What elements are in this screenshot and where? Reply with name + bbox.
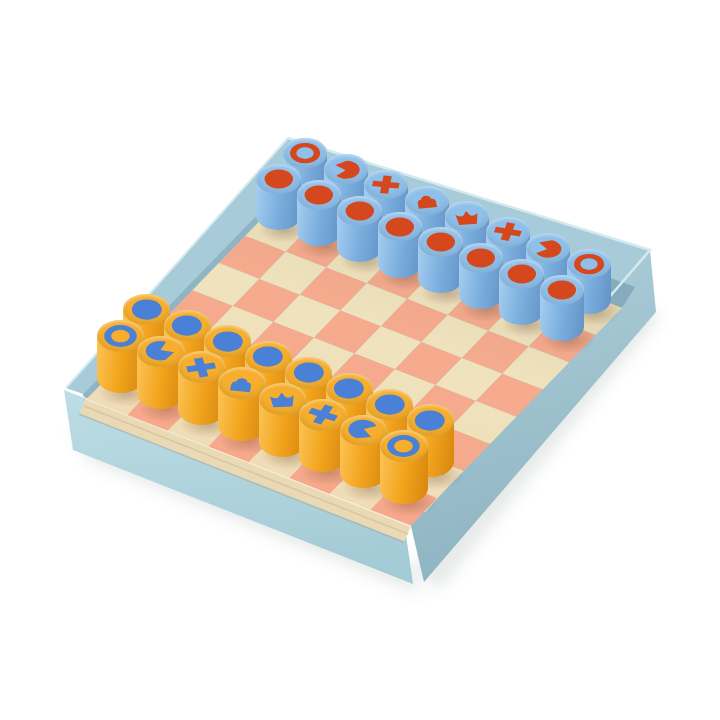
disc-symbol-icon <box>382 215 418 239</box>
cross-symbol-icon <box>184 356 218 379</box>
piece-top-face <box>380 430 428 462</box>
piece-black-pawn-e7[interactable] <box>418 227 463 308</box>
disc-symbol-icon <box>249 344 287 369</box>
horse-head-symbol-icon <box>345 418 381 442</box>
pieces-layer <box>0 0 720 720</box>
piece-white-rook-h1[interactable] <box>380 430 428 520</box>
round-crown-symbol-icon <box>411 190 442 211</box>
cross-symbol-icon <box>306 403 340 426</box>
disc-symbol-icon <box>209 329 247 354</box>
disc-symbol-icon <box>463 246 499 270</box>
disc-symbol-icon <box>168 313 206 338</box>
piece-top-face <box>256 164 301 194</box>
disc-symbol-icon <box>261 167 297 191</box>
point-crown-symbol-icon <box>451 206 483 227</box>
cross-symbol-icon <box>370 174 402 195</box>
horse-head-symbol-icon <box>329 158 362 180</box>
piece-top-face <box>297 180 342 210</box>
disc-symbol-icon <box>411 408 449 433</box>
cross-symbol-icon <box>492 221 524 242</box>
round-crown-symbol-icon <box>225 372 258 394</box>
disc-symbol-icon <box>504 262 540 286</box>
disc-symbol-icon <box>290 360 328 385</box>
piece-black-pawn-d7[interactable] <box>378 212 423 293</box>
piece-black-pawn-c7[interactable] <box>337 196 382 277</box>
disc-symbol-icon <box>301 183 337 207</box>
disc-symbol-icon <box>371 392 409 417</box>
disc-symbol-icon <box>128 297 166 322</box>
product-photo-scene <box>0 0 720 720</box>
piece-top-face <box>418 227 463 257</box>
horse-head-symbol-icon <box>143 339 179 363</box>
disc-symbol-icon <box>544 278 580 302</box>
piece-black-pawn-b7[interactable] <box>297 180 342 261</box>
piece-top-face <box>499 259 544 289</box>
disc-symbol-icon <box>342 199 378 223</box>
ring-symbol-icon <box>571 252 607 276</box>
piece-black-pawn-a7[interactable] <box>256 164 301 245</box>
ring-symbol-icon <box>384 433 423 459</box>
ring-symbol-icon <box>287 141 323 165</box>
disc-symbol-icon <box>423 230 459 254</box>
piece-top-face <box>540 275 585 305</box>
piece-top-face <box>378 212 423 242</box>
piece-black-pawn-h7[interactable] <box>540 275 585 356</box>
ring-symbol-icon <box>101 323 140 349</box>
piece-black-pawn-f7[interactable] <box>459 243 504 324</box>
point-crown-symbol-icon <box>265 387 299 410</box>
disc-symbol-icon <box>330 376 368 401</box>
piece-black-pawn-g7[interactable] <box>499 259 544 340</box>
piece-top-face <box>459 243 504 273</box>
piece-top-face <box>337 196 382 226</box>
horse-head-symbol-icon <box>531 237 564 259</box>
